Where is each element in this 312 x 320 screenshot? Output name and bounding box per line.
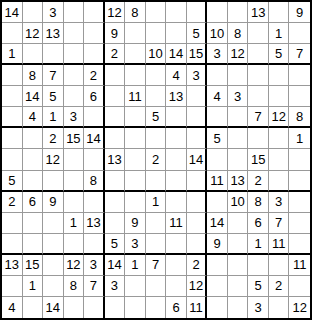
given-digit: 8 [29,69,36,82]
cell-r1c1[interactable]: 14 [2,2,23,23]
given-digit: 12 [46,153,60,166]
cell-r12c8[interactable] [146,234,167,255]
cell-r6c15[interactable]: 8 [289,107,310,128]
cell-r7c14[interactable] [269,128,290,149]
cell-r7c4[interactable]: 15 [64,128,85,149]
cell-r5c9[interactable]: 13 [166,86,187,107]
cell-r1c9[interactable] [166,2,187,23]
cell-r5c15[interactable] [289,86,310,107]
cell-r9c8[interactable] [146,171,167,192]
cell-r1c14[interactable] [269,2,290,23]
cell-r2c8[interactable] [146,23,167,44]
cell-r13c8[interactable]: 7 [146,255,167,276]
cell-r7c11[interactable]: 5 [207,128,228,149]
cell-r12c7[interactable]: 3 [125,234,146,255]
cell-r11c1[interactable] [2,213,23,234]
cell-r14c10[interactable]: 12 [187,276,208,297]
cell-r10c1[interactable]: 2 [2,192,23,213]
cell-r3c15[interactable]: 7 [289,44,310,65]
given-digit: 10 [148,47,162,60]
given-digit: 1 [131,258,138,271]
cell-r6c5[interactable] [84,107,105,128]
cell-r9c3[interactable] [43,171,64,192]
cell-r12c1[interactable] [2,234,23,255]
cell-r10c10[interactable] [187,192,208,213]
given-digit: 1 [70,216,77,229]
cell-r6c9[interactable] [166,107,187,128]
given-digit: 13 [107,153,121,166]
cell-r1c15[interactable]: 9 [289,2,310,23]
cell-r15c2[interactable] [23,297,44,318]
cell-r13c5[interactable]: 3 [84,255,105,276]
cell-r14c6[interactable]: 3 [105,276,126,297]
cell-r12c4[interactable] [64,234,85,255]
cell-r5c3[interactable]: 5 [43,86,64,107]
cell-r2c5[interactable] [84,23,105,44]
cell-r12c14[interactable]: 11 [269,234,290,255]
cell-r2c15[interactable] [289,23,310,44]
cell-r14c2[interactable]: 1 [23,276,44,297]
cell-r13c4[interactable]: 12 [64,255,85,276]
cell-r3c2[interactable] [23,44,44,65]
cell-r4c14[interactable] [269,65,290,86]
given-digit: 6 [172,301,179,314]
cell-r11c9[interactable]: 11 [166,213,187,234]
cell-r4c5[interactable]: 2 [84,65,105,86]
cell-r5c8[interactable] [146,86,167,107]
cell-r5c11[interactable]: 4 [207,86,228,107]
given-digit: 11 [128,90,142,103]
given-digit: 9 [49,195,56,208]
cell-r6c6[interactable] [105,107,126,128]
cell-r2c9[interactable] [166,23,187,44]
cell-r7c3[interactable]: 2 [43,128,64,149]
cell-r3c4[interactable] [64,44,85,65]
cell-r7c2[interactable] [23,128,44,149]
cell-r12c9[interactable] [166,234,187,255]
cell-r3c9[interactable]: 14 [166,44,187,65]
cell-r12c15[interactable] [289,234,310,255]
given-digit: 1 [275,27,282,40]
cell-r7c15[interactable]: 1 [289,128,310,149]
given-digit: 12 [189,279,203,292]
given-digit: 11 [210,174,224,187]
cell-r4c1[interactable] [2,65,23,86]
cell-r1c7[interactable]: 8 [125,2,146,23]
cell-r6c10[interactable] [187,107,208,128]
cell-r8c9[interactable] [166,149,187,170]
cell-r7c5[interactable]: 14 [84,128,105,149]
cell-r8c8[interactable]: 2 [146,149,167,170]
cell-r8c14[interactable] [269,149,290,170]
cell-r14c14[interactable]: 2 [269,276,290,297]
given-digit: 14 [5,6,19,19]
given-digit: 12 [107,6,121,19]
cell-r3c1[interactable]: 1 [2,44,23,65]
cell-r7c10[interactable] [187,128,208,149]
cell-r1c11[interactable] [207,2,228,23]
cell-r13c3[interactable] [43,255,64,276]
cell-r9c2[interactable] [23,171,44,192]
cell-r10c14[interactable]: 3 [269,192,290,213]
cell-r14c1[interactable] [2,276,23,297]
cell-r5c7[interactable]: 11 [125,86,146,107]
given-digit: 12 [292,301,306,314]
given-digit: 7 [296,47,303,60]
cell-r6c14[interactable]: 12 [269,107,290,128]
cell-r4c8[interactable] [146,65,167,86]
cell-r10c9[interactable] [166,192,187,213]
given-digit: 8 [296,110,303,123]
cell-r5c4[interactable] [64,86,85,107]
given-digit: 14 [46,301,60,314]
given-digit: 1 [152,195,159,208]
cell-r10c13[interactable]: 8 [248,192,269,213]
given-digit: 11 [293,258,307,271]
cell-r7c9[interactable] [166,128,187,149]
cell-r9c10[interactable] [187,171,208,192]
given-digit: 15 [189,47,203,60]
cell-r3c3[interactable] [43,44,64,65]
given-digit: 12 [25,27,39,40]
given-digit: 1 [29,279,36,292]
cell-r8c3[interactable]: 12 [43,149,64,170]
cell-r4c2[interactable]: 8 [23,65,44,86]
cell-r8c11[interactable] [207,149,228,170]
given-digit: 8 [131,6,138,19]
cell-r14c3[interactable] [43,276,64,297]
cell-r13c7[interactable]: 1 [125,255,146,276]
cell-r9c7[interactable] [125,171,146,192]
given-digit: 9 [131,216,138,229]
given-digit: 10 [210,27,224,40]
cell-r7c13[interactable] [248,128,269,149]
cell-r2c10[interactable]: 5 [187,23,208,44]
given-digit: 3 [111,279,118,292]
cell-r13c14[interactable] [269,255,290,276]
cell-r13c1[interactable]: 13 [2,255,23,276]
cell-r3c11[interactable]: 3 [207,44,228,65]
cell-r4c9[interactable]: 4 [166,65,187,86]
cell-r9c11[interactable]: 11 [207,171,228,192]
cell-r5c13[interactable] [248,86,269,107]
cell-r11c6[interactable] [105,213,126,234]
cell-r3c8[interactable]: 10 [146,44,167,65]
cell-r15c1[interactable]: 4 [2,297,23,318]
given-digit: 2 [8,195,15,208]
cell-r8c5[interactable] [84,149,105,170]
given-digit: 13 [86,216,100,229]
cell-r5c1[interactable] [2,86,23,107]
given-digit: 2 [111,47,118,60]
cell-r11c8[interactable] [146,213,167,234]
given-digit: 1 [49,110,56,123]
cell-r8c13[interactable]: 15 [248,149,269,170]
cell-r10c3[interactable]: 9 [43,192,64,213]
cell-r3c14[interactable]: 5 [269,44,290,65]
given-digit: 3 [234,90,241,103]
given-digit: 11 [189,301,203,314]
given-digit: 9 [296,6,303,19]
sudoku-board: 1431281391213951081121014153125787243145… [0,0,312,320]
cell-r12c5[interactable] [84,234,105,255]
cell-r7c8[interactable] [146,128,167,149]
cell-r13c10[interactable]: 2 [187,255,208,276]
cell-r15c15[interactable]: 12 [289,297,310,318]
cell-r6c11[interactable] [207,107,228,128]
given-digit: 14 [25,90,39,103]
given-digit: 8 [70,279,77,292]
cell-r15c4[interactable] [64,297,85,318]
cell-r1c10[interactable] [187,2,208,23]
cell-r2c14[interactable]: 1 [269,23,290,44]
cell-r3c5[interactable] [84,44,105,65]
cell-r5c12[interactable]: 3 [228,86,249,107]
given-digit: 14 [107,258,121,271]
cell-r4c12[interactable] [228,65,249,86]
cell-r1c5[interactable] [84,2,105,23]
given-digit: 1 [255,237,262,250]
cell-r11c11[interactable]: 14 [207,213,228,234]
cell-r5c5[interactable]: 6 [84,86,105,107]
cell-r10c15[interactable] [289,192,310,213]
cell-r12c6[interactable]: 5 [105,234,126,255]
cell-r12c3[interactable] [43,234,64,255]
cell-r2c12[interactable]: 8 [228,23,249,44]
given-digit: 3 [131,237,138,250]
given-digit: 4 [8,301,15,314]
cell-r8c1[interactable] [2,149,23,170]
cell-r4c6[interactable] [105,65,126,86]
cell-r15c12[interactable] [228,297,249,318]
cell-r4c10[interactable]: 3 [187,65,208,86]
given-digit: 15 [25,258,39,271]
cell-r4c11[interactable] [207,65,228,86]
cell-r12c2[interactable] [23,234,44,255]
cell-r6c7[interactable] [125,107,146,128]
cell-r13c12[interactable] [228,255,249,276]
cell-r8c4[interactable] [64,149,85,170]
cell-r15c7[interactable] [125,297,146,318]
cell-r14c8[interactable] [146,276,167,297]
cell-r9c13[interactable]: 2 [248,171,269,192]
cell-r13c13[interactable] [248,255,269,276]
cell-r8c2[interactable] [23,149,44,170]
cell-r2c1[interactable] [2,23,23,44]
cell-r6c3[interactable]: 1 [43,107,64,128]
given-digit: 6 [255,216,262,229]
cell-r9c1[interactable]: 5 [2,171,23,192]
cell-r12c13[interactable]: 1 [248,234,269,255]
cell-r14c15[interactable] [289,276,310,297]
cell-r10c7[interactable] [125,192,146,213]
cell-r1c3[interactable]: 3 [43,2,64,23]
cell-r8c12[interactable] [228,149,249,170]
cell-r10c2[interactable]: 6 [23,192,44,213]
cell-r2c11[interactable]: 10 [207,23,228,44]
cell-r8c15[interactable] [289,149,310,170]
cell-r9c5[interactable]: 8 [84,171,105,192]
cell-r2c13[interactable] [248,23,269,44]
cell-r3c12[interactable]: 12 [228,44,249,65]
given-digit: 9 [111,27,118,40]
cell-r14c4[interactable]: 8 [64,276,85,297]
cell-r11c4[interactable]: 1 [64,213,85,234]
cell-r13c2[interactable]: 15 [23,255,44,276]
cell-r1c2[interactable] [23,2,44,23]
cell-r10c8[interactable]: 1 [146,192,167,213]
cell-r15c3[interactable]: 14 [43,297,64,318]
cell-r9c14[interactable] [269,171,290,192]
cell-r11c2[interactable] [23,213,44,234]
cell-r14c7[interactable] [125,276,146,297]
given-digit: 13 [169,90,183,103]
cell-r15c9[interactable]: 6 [166,297,187,318]
cell-r1c4[interactable] [64,2,85,23]
cell-r9c15[interactable] [289,171,310,192]
cell-r1c6[interactable]: 12 [105,2,126,23]
cell-r1c12[interactable] [228,2,249,23]
given-digit: 5 [8,174,15,187]
cell-r4c13[interactable] [248,65,269,86]
cell-r5c2[interactable]: 14 [23,86,44,107]
given-digit: 1 [296,132,303,145]
cell-r12c12[interactable] [228,234,249,255]
given-digit: 14 [169,47,183,60]
cell-r10c6[interactable] [105,192,126,213]
cell-r4c15[interactable] [289,65,310,86]
given-digit: 5 [213,132,220,145]
cell-r10c5[interactable] [84,192,105,213]
given-digit: 7 [49,69,56,82]
given-digit: 2 [192,258,199,271]
given-digit: 3 [70,110,77,123]
given-digit: 7 [275,216,282,229]
cell-r2c2[interactable]: 12 [23,23,44,44]
cell-r15c14[interactable] [269,297,290,318]
given-digit: 12 [230,47,244,60]
cell-r11c15[interactable] [289,213,310,234]
given-digit: 8 [90,174,97,187]
cell-r11c13[interactable]: 6 [248,213,269,234]
cell-r14c12[interactable] [228,276,249,297]
cell-r15c10[interactable]: 11 [187,297,208,318]
given-digit: 6 [29,195,36,208]
given-digit: 5 [255,279,262,292]
cell-r14c13[interactable]: 5 [248,276,269,297]
given-digit: 11 [169,216,183,229]
cell-r14c11[interactable] [207,276,228,297]
cell-r4c4[interactable] [64,65,85,86]
cell-r10c4[interactable] [64,192,85,213]
given-digit: 13 [230,174,244,187]
cell-r9c12[interactable]: 13 [228,171,249,192]
given-digit: 5 [49,90,56,103]
cell-r6c13[interactable]: 7 [248,107,269,128]
cell-r11c10[interactable] [187,213,208,234]
cell-r9c6[interactable] [105,171,126,192]
cell-r2c6[interactable]: 9 [105,23,126,44]
cell-r11c3[interactable] [43,213,64,234]
cell-r4c7[interactable] [125,65,146,86]
cell-r5c10[interactable] [187,86,208,107]
cell-r12c10[interactable] [187,234,208,255]
given-digit: 15 [66,132,80,145]
given-digit: 7 [152,258,159,271]
cell-r3c10[interactable]: 15 [187,44,208,65]
given-digit: 5 [275,47,282,60]
cell-r9c9[interactable] [166,171,187,192]
cell-r13c15[interactable]: 11 [289,255,310,276]
cell-r6c1[interactable] [2,107,23,128]
given-digit: 5 [111,237,118,250]
cell-r8c10[interactable]: 14 [187,149,208,170]
cell-r14c9[interactable] [166,276,187,297]
cell-r4c3[interactable]: 7 [43,65,64,86]
cell-r5c14[interactable] [269,86,290,107]
given-digit: 10 [230,195,244,208]
cell-r6c4[interactable]: 3 [64,107,85,128]
cell-r3c7[interactable] [125,44,146,65]
cell-r7c6[interactable] [105,128,126,149]
cell-r7c7[interactable] [125,128,146,149]
cell-r11c7[interactable]: 9 [125,213,146,234]
cell-r11c5[interactable]: 13 [84,213,105,234]
cell-r15c13[interactable]: 3 [248,297,269,318]
cell-r8c6[interactable]: 13 [105,149,126,170]
cell-r2c4[interactable] [64,23,85,44]
cell-r5c6[interactable] [105,86,126,107]
given-digit: 14 [86,132,100,145]
cell-r10c11[interactable] [207,192,228,213]
given-digit: 9 [213,237,220,250]
given-digit: 3 [275,195,282,208]
cell-r1c8[interactable] [146,2,167,23]
given-digit: 5 [192,27,199,40]
cell-r14c5[interactable]: 7 [84,276,105,297]
given-digit: 8 [255,195,262,208]
cell-r3c6[interactable]: 2 [105,44,126,65]
cell-r13c9[interactable] [166,255,187,276]
cell-r15c11[interactable] [207,297,228,318]
given-digit: 2 [255,174,262,187]
cell-r11c12[interactable] [228,213,249,234]
given-digit: 12 [66,258,80,271]
cell-r8c7[interactable] [125,149,146,170]
cell-r9c4[interactable] [64,171,85,192]
cell-r2c7[interactable] [125,23,146,44]
cell-r2c3[interactable]: 13 [43,23,64,44]
cell-r15c8[interactable] [146,297,167,318]
cell-r13c11[interactable] [207,255,228,276]
cell-r6c8[interactable]: 5 [146,107,167,128]
cell-r3c13[interactable] [248,44,269,65]
cell-r13c6[interactable]: 14 [105,255,126,276]
cell-r11c14[interactable]: 7 [269,213,290,234]
cell-r15c6[interactable] [105,297,126,318]
cell-r12c11[interactable]: 9 [207,234,228,255]
given-digit: 8 [234,27,241,40]
given-digit: 14 [210,216,224,229]
cell-r15c5[interactable] [84,297,105,318]
cell-r10c12[interactable]: 10 [228,192,249,213]
cell-r7c12[interactable] [228,128,249,149]
given-digit: 13 [46,27,60,40]
cell-r6c12[interactable] [228,107,249,128]
cell-r7c1[interactable] [2,128,23,149]
cell-r6c2[interactable]: 4 [23,107,44,128]
cell-r1c13[interactable]: 13 [248,2,269,23]
